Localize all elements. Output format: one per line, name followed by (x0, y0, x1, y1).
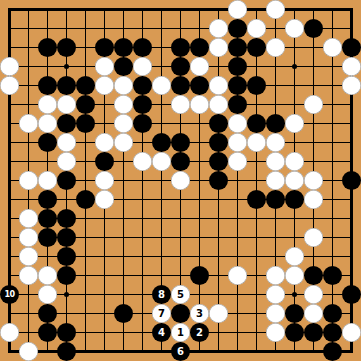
stone-white[interactable]: 5 (171, 285, 190, 304)
stone-black[interactable] (323, 304, 342, 323)
stone-black[interactable] (228, 57, 247, 76)
stone-white[interactable] (95, 76, 114, 95)
stone-black[interactable] (171, 304, 190, 323)
stone-black[interactable] (247, 76, 266, 95)
stone-black[interactable] (114, 38, 133, 57)
stone-black[interactable] (171, 76, 190, 95)
stone-white[interactable] (209, 38, 228, 57)
stone-white[interactable] (342, 57, 361, 76)
stone-black[interactable] (247, 190, 266, 209)
stone-black[interactable] (171, 38, 190, 57)
stone-white[interactable] (190, 57, 209, 76)
stone-black[interactable] (76, 95, 95, 114)
stone-black[interactable] (57, 342, 76, 361)
stone-black[interactable] (228, 95, 247, 114)
stone-black[interactable] (38, 133, 57, 152)
move-number-label: 2 (196, 328, 203, 338)
stone-black[interactable] (304, 19, 323, 38)
stone-black[interactable] (190, 38, 209, 57)
stone-white[interactable] (19, 266, 38, 285)
stone-white[interactable] (0, 323, 19, 342)
stone-white[interactable] (152, 76, 171, 95)
grid-vline (256, 8, 257, 353)
move-number-label: 10 (4, 291, 14, 299)
stone-white[interactable] (266, 304, 285, 323)
stone-white[interactable] (95, 57, 114, 76)
star-point (292, 292, 297, 297)
stone-white[interactable] (342, 323, 361, 342)
stone-white[interactable] (0, 57, 19, 76)
stone-black[interactable] (228, 38, 247, 57)
stone-black[interactable] (171, 152, 190, 171)
go-diagram: 1085734126 (0, 0, 361, 361)
stone-white[interactable] (38, 114, 57, 133)
stone-black[interactable] (76, 190, 95, 209)
stone-white[interactable] (114, 76, 133, 95)
stone-black[interactable] (171, 57, 190, 76)
stone-black[interactable] (209, 133, 228, 152)
stone-black[interactable] (38, 190, 57, 209)
stone-white[interactable] (171, 171, 190, 190)
stone-white[interactable] (247, 133, 266, 152)
stone-black[interactable] (38, 38, 57, 57)
stone-black[interactable] (57, 323, 76, 342)
stone-black[interactable] (95, 152, 114, 171)
stone-white[interactable] (38, 95, 57, 114)
stone-white[interactable] (38, 171, 57, 190)
stone-black[interactable] (323, 323, 342, 342)
stone-white[interactable] (228, 0, 247, 19)
stone-white[interactable] (209, 304, 228, 323)
stone-white[interactable] (285, 152, 304, 171)
stone-black[interactable] (38, 209, 57, 228)
stone-white[interactable]: 1 (171, 323, 190, 342)
stone-black[interactable]: 8 (152, 285, 171, 304)
move-number-label: 7 (158, 309, 165, 319)
stone-black[interactable] (95, 38, 114, 57)
stone-white[interactable]: 3 (190, 304, 209, 323)
stone-white[interactable] (209, 95, 228, 114)
stone-black[interactable] (342, 171, 361, 190)
grid-vline (332, 8, 333, 353)
star-point (64, 292, 69, 297)
stone-white[interactable] (190, 95, 209, 114)
stone-black[interactable]: 2 (190, 323, 209, 342)
stone-black[interactable] (285, 190, 304, 209)
stone-white[interactable] (285, 114, 304, 133)
stone-white[interactable] (209, 76, 228, 95)
stone-black[interactable] (190, 76, 209, 95)
stone-white[interactable] (114, 133, 133, 152)
stone-white[interactable] (266, 171, 285, 190)
stone-white[interactable] (342, 76, 361, 95)
stone-white[interactable] (247, 19, 266, 38)
stone-black[interactable] (114, 304, 133, 323)
stone-white[interactable] (285, 247, 304, 266)
stone-black[interactable] (323, 342, 342, 361)
stone-black[interactable] (76, 76, 95, 95)
stone-black[interactable] (247, 38, 266, 57)
stone-black[interactable] (247, 114, 266, 133)
stone-white[interactable] (95, 133, 114, 152)
stone-white[interactable] (38, 266, 57, 285)
stone-white[interactable] (266, 266, 285, 285)
stone-white[interactable] (304, 228, 323, 247)
stone-white[interactable] (266, 285, 285, 304)
stone-black[interactable] (304, 323, 323, 342)
stone-black[interactable] (342, 285, 361, 304)
go-board[interactable]: 1085734126 (0, 0, 361, 361)
move-number-label: 3 (196, 309, 203, 319)
stone-white[interactable] (228, 133, 247, 152)
move-number-label: 5 (177, 290, 184, 300)
stone-black[interactable] (171, 133, 190, 152)
stone-white[interactable] (285, 19, 304, 38)
stone-white[interactable] (266, 38, 285, 57)
stone-white[interactable] (285, 171, 304, 190)
star-point (64, 64, 69, 69)
stone-black[interactable] (38, 228, 57, 247)
stone-black[interactable] (228, 76, 247, 95)
stone-black[interactable] (133, 38, 152, 57)
stone-white[interactable] (114, 114, 133, 133)
stone-white[interactable] (133, 152, 152, 171)
stone-black[interactable] (133, 114, 152, 133)
stone-white[interactable] (19, 342, 38, 361)
stone-white[interactable] (266, 133, 285, 152)
stone-white[interactable] (114, 95, 133, 114)
stone-white[interactable] (19, 228, 38, 247)
stone-white[interactable] (95, 190, 114, 209)
stone-white[interactable] (228, 266, 247, 285)
stone-black[interactable] (57, 38, 76, 57)
stone-black[interactable] (57, 228, 76, 247)
stone-black[interactable] (209, 114, 228, 133)
stone-white[interactable] (19, 171, 38, 190)
stone-black[interactable]: 10 (0, 285, 19, 304)
stone-black[interactable] (190, 266, 209, 285)
stone-black[interactable] (38, 304, 57, 323)
stone-white[interactable] (266, 323, 285, 342)
stone-white[interactable] (57, 95, 76, 114)
stone-black[interactable] (57, 171, 76, 190)
stone-black[interactable] (323, 266, 342, 285)
stone-black[interactable] (133, 76, 152, 95)
star-point (292, 64, 297, 69)
stone-black[interactable] (57, 266, 76, 285)
stone-black[interactable] (57, 114, 76, 133)
stone-black[interactable] (38, 323, 57, 342)
stone-black[interactable] (57, 247, 76, 266)
stone-white[interactable] (285, 266, 304, 285)
stone-black[interactable] (57, 76, 76, 95)
stone-black[interactable] (304, 266, 323, 285)
stone-white[interactable] (57, 133, 76, 152)
stone-white[interactable] (304, 285, 323, 304)
stone-black[interactable] (76, 114, 95, 133)
stone-white[interactable] (95, 171, 114, 190)
move-number-label: 6 (177, 347, 184, 357)
stone-black[interactable] (152, 133, 171, 152)
stone-white[interactable] (266, 152, 285, 171)
move-number-label: 4 (158, 328, 165, 338)
stone-white[interactable] (266, 0, 285, 19)
stone-black[interactable] (38, 76, 57, 95)
stone-black[interactable] (285, 304, 304, 323)
move-number-label: 1 (177, 328, 184, 338)
stone-white[interactable] (323, 38, 342, 57)
stone-black[interactable] (209, 152, 228, 171)
stone-white[interactable] (19, 247, 38, 266)
stone-black[interactable] (57, 209, 76, 228)
stone-white[interactable] (57, 152, 76, 171)
stone-black[interactable]: 6 (171, 342, 190, 361)
stone-white[interactable] (19, 114, 38, 133)
stone-white[interactable] (152, 152, 171, 171)
move-number-label: 8 (158, 290, 165, 300)
stone-black[interactable] (285, 323, 304, 342)
stone-white[interactable] (304, 304, 323, 323)
stone-black[interactable] (228, 19, 247, 38)
stone-white[interactable] (209, 19, 228, 38)
stone-white[interactable] (0, 76, 19, 95)
stone-black[interactable] (266, 114, 285, 133)
stone-white[interactable] (304, 190, 323, 209)
stone-black[interactable] (209, 171, 228, 190)
stone-white[interactable] (38, 285, 57, 304)
stone-white[interactable] (228, 114, 247, 133)
stone-black[interactable]: 4 (152, 323, 171, 342)
stone-white[interactable] (228, 152, 247, 171)
stone-white[interactable]: 7 (152, 304, 171, 323)
stone-white[interactable] (304, 95, 323, 114)
stone-black[interactable] (114, 57, 133, 76)
stone-white[interactable] (133, 57, 152, 76)
stone-white[interactable] (19, 209, 38, 228)
stone-white[interactable] (304, 171, 323, 190)
stone-white[interactable] (171, 95, 190, 114)
stone-black[interactable] (266, 190, 285, 209)
stone-black[interactable] (133, 95, 152, 114)
stone-black[interactable] (342, 38, 361, 57)
